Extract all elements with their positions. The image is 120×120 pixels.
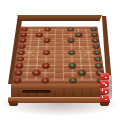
piece-red-兵[interactable]: 兵	[44, 27, 51, 31]
piece-red-馬[interactable]: 馬	[14, 70, 23, 76]
piece-top: 將	[95, 51, 100, 54]
die-pip	[102, 75, 104, 77]
dice-stack[interactable]	[100, 73, 109, 102]
piece-glyph: 兵	[45, 51, 48, 53]
piece-top: 相	[20, 39, 24, 42]
piece-glyph: 馬	[17, 72, 20, 74]
piece-glyph: 兵	[46, 28, 49, 30]
piece-green-卒[interactable]: 卒	[67, 27, 74, 31]
die-pip	[105, 91, 107, 93]
die[interactable]	[100, 95, 109, 102]
piece-top: 炮	[34, 71, 39, 74]
piece-glyph: 炮	[35, 72, 38, 74]
piece-glyph: 車	[16, 79, 19, 81]
piece-red-相[interactable]: 相	[15, 63, 24, 69]
piece-green-馬[interactable]: 馬	[91, 32, 99, 37]
piece-glyph: 馬	[93, 34, 96, 36]
piece-red-仕[interactable]: 仕	[18, 44, 26, 49]
piece-green-象[interactable]: 象	[91, 38, 99, 43]
die-pip	[105, 99, 107, 101]
xiangqi-board-surface[interactable]: 車馬相仕帥仕相馬車炮炮兵兵兵兵兵卒卒卒卒卒砲砲車馬象士將士象馬車	[12, 27, 106, 84]
piece-top: 象	[96, 64, 101, 67]
piece-top: 車	[15, 78, 20, 81]
piece-red-炮[interactable]: 炮	[36, 32, 43, 37]
piece-green-車[interactable]: 車	[90, 27, 98, 31]
board-rim-back	[17, 15, 102, 21]
table-base-rail	[8, 97, 110, 103]
piece-glyph: 士	[95, 45, 98, 47]
piece-top: 砲	[77, 33, 81, 35]
piece-red-帥[interactable]: 帥	[17, 50, 25, 55]
piece-top: 兵	[44, 51, 48, 54]
piece-green-卒[interactable]: 卒	[69, 77, 78, 83]
piece-top: 卒	[69, 28, 73, 30]
piece-glyph: 馬	[22, 34, 25, 36]
piece-top: 卒	[69, 39, 73, 42]
piece-top: 仕	[20, 45, 24, 48]
piece-red-車[interactable]: 車	[13, 77, 22, 83]
xiangqi-board[interactable]: 車馬相仕帥仕相馬車炮炮兵兵兵兵兵卒卒卒卒卒砲砲車馬象士將士象馬車	[12, 27, 106, 84]
piece-green-象[interactable]: 象	[94, 63, 103, 69]
piece-glyph: 炮	[38, 34, 41, 36]
piece-red-馬[interactable]: 馬	[20, 32, 28, 37]
die-pip	[105, 84, 107, 86]
piece-glyph: 相	[18, 65, 21, 67]
piece-top: 相	[17, 64, 22, 67]
piece-glyph: 卒	[71, 79, 74, 81]
piece-top: 象	[93, 39, 97, 42]
die-pip	[102, 96, 104, 98]
table-foot-left	[9, 101, 18, 106]
piece-glyph: 士	[96, 58, 99, 60]
piece-green-砲[interactable]: 砲	[75, 32, 82, 37]
die[interactable]	[100, 88, 109, 95]
piece-glyph: 兵	[44, 79, 47, 81]
piece-glyph: 象	[97, 65, 100, 67]
piece-top: 砲	[79, 71, 84, 74]
piece-green-卒[interactable]: 卒	[67, 38, 74, 43]
piece-top: 馬	[92, 33, 96, 35]
piece-top: 兵	[45, 39, 49, 42]
piece-top: 兵	[45, 28, 49, 30]
piece-glyph: 砲	[77, 34, 80, 36]
piece-green-卒[interactable]: 卒	[68, 50, 76, 55]
piece-top: 卒	[70, 64, 74, 67]
piece-glyph: 帥	[20, 51, 23, 53]
piece-glyph: 兵	[46, 39, 49, 41]
piece-green-卒[interactable]: 卒	[68, 63, 76, 69]
piece-green-將[interactable]: 將	[93, 50, 101, 55]
piece-red-相[interactable]: 相	[19, 38, 27, 43]
piece-red-兵[interactable]: 兵	[41, 77, 50, 83]
piece-top: 兵	[43, 78, 48, 81]
piece-glyph: 相	[21, 39, 24, 41]
die[interactable]	[100, 80, 109, 87]
piece-glyph: 砲	[80, 72, 83, 74]
piece-glyph: 兵	[44, 65, 47, 67]
piece-top: 馬	[21, 33, 25, 35]
piece-top: 仕	[18, 57, 23, 60]
piece-green-士[interactable]: 士	[92, 44, 100, 49]
piece-top: 馬	[16, 71, 21, 74]
piece-glyph: 仕	[20, 45, 23, 47]
piece-red-車[interactable]: 車	[20, 27, 28, 31]
drawer-slot[interactable]	[22, 90, 51, 93]
piece-green-砲[interactable]: 砲	[77, 70, 86, 76]
table-foot-right	[100, 101, 109, 106]
piece-top: 卒	[71, 78, 76, 81]
piece-glyph: 象	[94, 39, 97, 41]
xiangqi-table-scene: 車馬相仕帥仕相馬車炮炮兵兵兵兵兵卒卒卒卒卒砲砲車馬象士將士象馬車	[0, 0, 120, 120]
die-pip	[105, 77, 107, 79]
piece-red-兵[interactable]: 兵	[42, 63, 50, 69]
piece-top: 車	[92, 28, 96, 30]
piece-green-士[interactable]: 士	[94, 56, 102, 61]
piece-red-兵[interactable]: 兵	[42, 50, 50, 55]
die-pip	[102, 89, 104, 91]
piece-top: 士	[96, 57, 101, 60]
piece-glyph: 卒	[71, 65, 74, 67]
piece-red-仕[interactable]: 仕	[16, 56, 24, 61]
piece-glyph: 卒	[70, 39, 73, 41]
piece-glyph: 卒	[70, 51, 73, 53]
piece-glyph: 仕	[19, 58, 22, 60]
piece-red-兵[interactable]: 兵	[43, 38, 50, 43]
die[interactable]	[100, 73, 109, 80]
piece-top: 炮	[37, 33, 41, 35]
piece-top: 車	[22, 28, 26, 30]
piece-glyph: 卒	[69, 28, 72, 30]
piece-top: 帥	[19, 51, 24, 54]
piece-glyph: 車	[23, 28, 26, 30]
piece-top: 士	[94, 45, 98, 48]
piece-red-炮[interactable]: 炮	[32, 70, 41, 76]
piece-top: 兵	[43, 64, 47, 67]
piece-top: 卒	[70, 51, 74, 54]
piece-glyph: 將	[95, 51, 98, 53]
piece-glyph: 車	[92, 28, 95, 30]
